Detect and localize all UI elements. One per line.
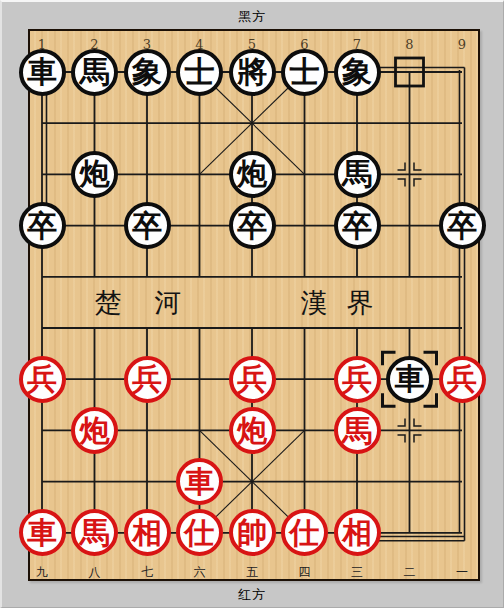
svg-text:六: 六 bbox=[194, 565, 206, 579]
piece-black-soldier[interactable]: 卒 bbox=[334, 202, 381, 249]
piece-black-soldier[interactable]: 卒 bbox=[229, 202, 276, 249]
piece-black-soldier[interactable]: 卒 bbox=[439, 202, 486, 249]
piece-black-advisor[interactable]: 士 bbox=[176, 49, 223, 96]
piece-red-soldier[interactable]: 兵 bbox=[124, 356, 171, 403]
piece-red-advisor[interactable]: 仕 bbox=[176, 509, 223, 556]
black-side-label: 黑方 bbox=[0, 8, 504, 26]
piece-red-rook[interactable]: 車 bbox=[176, 458, 223, 505]
svg-text:八: 八 bbox=[89, 565, 101, 579]
svg-text:九: 九 bbox=[36, 565, 48, 579]
svg-text:四: 四 bbox=[299, 565, 311, 579]
piece-black-elephant[interactable]: 象 bbox=[124, 49, 171, 96]
piece-red-cannon[interactable]: 炮 bbox=[229, 407, 276, 454]
svg-text:五: 五 bbox=[246, 565, 258, 579]
piece-black-horse[interactable]: 馬 bbox=[334, 151, 381, 198]
piece-red-elephant[interactable]: 相 bbox=[334, 509, 381, 556]
piece-black-cannon[interactable]: 炮 bbox=[71, 151, 118, 198]
piece-black-horse[interactable]: 馬 bbox=[71, 49, 118, 96]
piece-red-soldier[interactable]: 兵 bbox=[334, 356, 381, 403]
piece-black-rook[interactable]: 車 bbox=[386, 356, 433, 403]
piece-red-horse[interactable]: 馬 bbox=[334, 407, 381, 454]
piece-red-horse[interactable]: 馬 bbox=[71, 509, 118, 556]
pieces-layer: 車馬象士將士象炮炮馬卒卒卒卒卒車兵兵兵兵兵炮炮馬車車馬相仕帥仕相 bbox=[16, 46, 489, 558]
piece-black-cannon[interactable]: 炮 bbox=[229, 151, 276, 198]
piece-black-rook[interactable]: 車 bbox=[19, 49, 66, 96]
piece-black-soldier[interactable]: 卒 bbox=[124, 202, 171, 249]
piece-red-soldier[interactable]: 兵 bbox=[19, 356, 66, 403]
svg-text:三: 三 bbox=[351, 565, 363, 579]
piece-black-general[interactable]: 將 bbox=[229, 49, 276, 96]
xiangqi-board[interactable]: 123456789九八七六五四三二一楚河漢界 車馬象士將士象炮炮馬卒卒卒卒卒車兵… bbox=[28, 29, 480, 581]
file-labels-bottom: 九八七六五四三二一 bbox=[36, 565, 468, 579]
svg-text:二: 二 bbox=[404, 565, 416, 579]
piece-red-elephant[interactable]: 相 bbox=[124, 509, 171, 556]
piece-black-soldier[interactable]: 卒 bbox=[19, 202, 66, 249]
svg-text:一: 一 bbox=[456, 565, 468, 579]
piece-black-advisor[interactable]: 士 bbox=[281, 49, 328, 96]
piece-red-general[interactable]: 帥 bbox=[229, 509, 276, 556]
piece-red-advisor[interactable]: 仕 bbox=[281, 509, 328, 556]
piece-red-soldier[interactable]: 兵 bbox=[229, 356, 276, 403]
piece-red-rook[interactable]: 車 bbox=[19, 509, 66, 556]
piece-red-cannon[interactable]: 炮 bbox=[71, 407, 118, 454]
piece-black-elephant[interactable]: 象 bbox=[334, 49, 381, 96]
svg-text:七: 七 bbox=[141, 565, 153, 579]
piece-red-soldier[interactable]: 兵 bbox=[439, 356, 486, 403]
red-side-label: 红方 bbox=[0, 586, 504, 604]
